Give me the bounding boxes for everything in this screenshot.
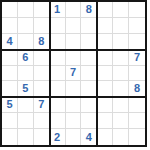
sudoku-cell-r4c7-empty[interactable] — [97, 50, 113, 66]
sudoku-cell-r1c6-given[interactable]: 8 — [81, 2, 97, 18]
sudoku-cell-r3c1-given[interactable]: 4 — [2, 34, 18, 50]
sudoku-cell-r5c3-empty[interactable] — [34, 66, 50, 82]
sudoku-cell-r4c8-empty[interactable] — [113, 50, 129, 66]
sudoku-cell-r5c4-empty[interactable] — [50, 66, 66, 82]
sudoku-cell-r6c9-given[interactable]: 8 — [129, 81, 145, 97]
sudoku-cell-r2c7-empty[interactable] — [97, 18, 113, 34]
sudoku-cell-r5c5-given[interactable]: 7 — [66, 66, 82, 82]
sudoku-cell-r2c6-empty[interactable] — [81, 18, 97, 34]
sudoku-cell-r4c2-given[interactable]: 6 — [18, 50, 34, 66]
sudoku-cell-r3c5-empty[interactable] — [66, 34, 82, 50]
sudoku-cell-r4c1-empty[interactable] — [2, 50, 18, 66]
sudoku-cell-r7c7-empty[interactable] — [97, 97, 113, 113]
sudoku-cell-r5c8-empty[interactable] — [113, 66, 129, 82]
sudoku-cell-r4c5-empty[interactable] — [66, 50, 82, 66]
sudoku-cell-r6c7-empty[interactable] — [97, 81, 113, 97]
sudoku-cell-r2c3-empty[interactable] — [34, 18, 50, 34]
sudoku-cell-r5c9-empty[interactable] — [129, 66, 145, 82]
sudoku-cell-r8c5-empty[interactable] — [66, 113, 82, 129]
sudoku-cell-r5c6-empty[interactable] — [81, 66, 97, 82]
sudoku-cell-r8c4-empty[interactable] — [50, 113, 66, 129]
sudoku-cell-r1c5-empty[interactable] — [66, 2, 82, 18]
sudoku-cell-r4c3-empty[interactable] — [34, 50, 50, 66]
sudoku-cell-r3c4-empty[interactable] — [50, 34, 66, 50]
sudoku-cell-r9c3-empty[interactable] — [34, 129, 50, 145]
sudoku-cell-r2c9-empty[interactable] — [129, 18, 145, 34]
sudoku-cell-r9c6-given[interactable]: 4 — [81, 129, 97, 145]
sudoku-cell-r8c6-empty[interactable] — [81, 113, 97, 129]
sudoku-cell-r5c7-empty[interactable] — [97, 66, 113, 82]
sudoku-cell-r5c2-empty[interactable] — [18, 66, 34, 82]
sudoku-cell-r6c4-empty[interactable] — [50, 81, 66, 97]
sudoku-cell-r3c8-empty[interactable] — [113, 34, 129, 50]
sudoku-cell-r3c6-empty[interactable] — [81, 34, 97, 50]
sudoku-cell-r2c1-empty[interactable] — [2, 18, 18, 34]
sudoku-cell-r1c3-empty[interactable] — [34, 2, 50, 18]
sudoku-cell-r7c8-empty[interactable] — [113, 97, 129, 113]
sudoku-cell-r1c9-empty[interactable] — [129, 2, 145, 18]
sudoku-cell-r3c3-given[interactable]: 8 — [34, 34, 50, 50]
sudoku-cell-r9c2-empty[interactable] — [18, 129, 34, 145]
sudoku-cell-r2c5-empty[interactable] — [66, 18, 82, 34]
sudoku-cell-r2c4-empty[interactable] — [50, 18, 66, 34]
sudoku-cell-r7c3-given[interactable]: 7 — [34, 97, 50, 113]
sudoku-cell-r1c1-empty[interactable] — [2, 2, 18, 18]
sudoku-cell-r4c6-empty[interactable] — [81, 50, 97, 66]
sudoku-cell-r6c5-empty[interactable] — [66, 81, 82, 97]
sudoku-cell-r2c8-empty[interactable] — [113, 18, 129, 34]
sudoku-cell-r3c2-empty[interactable] — [18, 34, 34, 50]
sudoku-cell-r8c8-empty[interactable] — [113, 113, 129, 129]
sudoku-cell-r5c1-empty[interactable] — [2, 66, 18, 82]
sudoku-cell-r8c2-empty[interactable] — [18, 113, 34, 129]
sudoku-cell-r1c4-given[interactable]: 1 — [50, 2, 66, 18]
sudoku-cell-r7c4-empty[interactable] — [50, 97, 66, 113]
sudoku-cell-r9c5-empty[interactable] — [66, 129, 82, 145]
sudoku-cell-r6c6-empty[interactable] — [81, 81, 97, 97]
sudoku-cell-r4c4-empty[interactable] — [50, 50, 66, 66]
sudoku-cell-r8c1-empty[interactable] — [2, 113, 18, 129]
sudoku-cell-r9c4-given[interactable]: 2 — [50, 129, 66, 145]
sudoku-cell-r7c1-given[interactable]: 5 — [2, 97, 18, 113]
sudoku-cell-r4c9-given[interactable]: 7 — [129, 50, 145, 66]
sudoku-cell-r6c8-empty[interactable] — [113, 81, 129, 97]
sudoku-grid: 1848677585724 — [2, 2, 145, 145]
sudoku-cell-r9c7-empty[interactable] — [97, 129, 113, 145]
sudoku-cell-r1c2-empty[interactable] — [18, 2, 34, 18]
sudoku-cell-r7c9-empty[interactable] — [129, 97, 145, 113]
sudoku-cell-r7c2-empty[interactable] — [18, 97, 34, 113]
sudoku-cell-r7c6-empty[interactable] — [81, 97, 97, 113]
sudoku-cell-r6c2-given[interactable]: 5 — [18, 81, 34, 97]
sudoku-board: 1848677585724 — [0, 0, 147, 147]
sudoku-cell-r1c7-empty[interactable] — [97, 2, 113, 18]
sudoku-cell-r8c7-empty[interactable] — [97, 113, 113, 129]
sudoku-cell-r7c5-empty[interactable] — [66, 97, 82, 113]
sudoku-cell-r6c1-empty[interactable] — [2, 81, 18, 97]
sudoku-cell-r2c2-empty[interactable] — [18, 18, 34, 34]
sudoku-cell-r9c1-empty[interactable] — [2, 129, 18, 145]
sudoku-cell-r9c8-empty[interactable] — [113, 129, 129, 145]
sudoku-cell-r1c8-empty[interactable] — [113, 2, 129, 18]
sudoku-cell-r3c9-empty[interactable] — [129, 34, 145, 50]
sudoku-cell-r8c3-empty[interactable] — [34, 113, 50, 129]
sudoku-cell-r9c9-empty[interactable] — [129, 129, 145, 145]
sudoku-cell-r3c7-empty[interactable] — [97, 34, 113, 50]
sudoku-cell-r6c3-empty[interactable] — [34, 81, 50, 97]
sudoku-cell-r8c9-empty[interactable] — [129, 113, 145, 129]
